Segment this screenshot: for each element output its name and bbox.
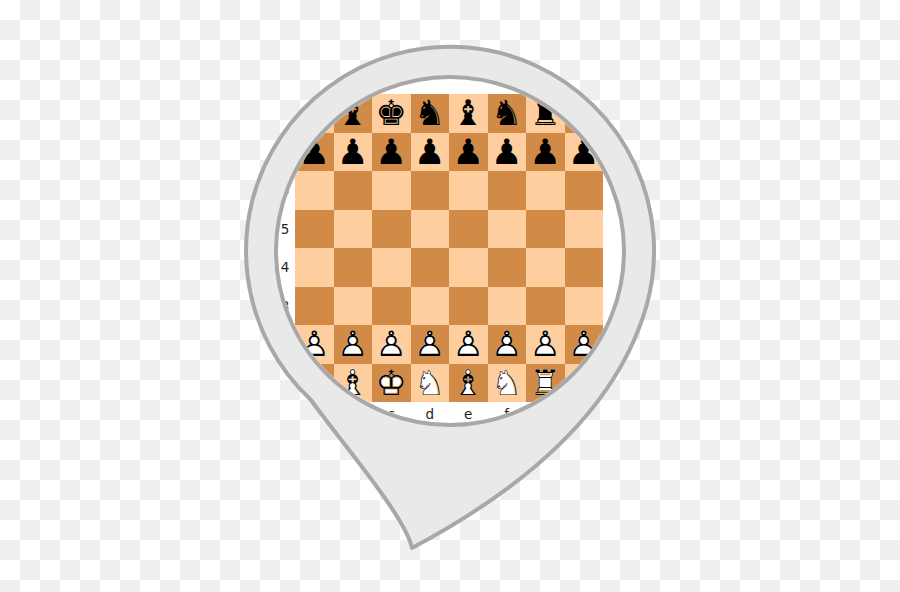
square-c6 [372, 171, 411, 210]
square-d4 [411, 248, 450, 287]
square-c1: ♚♔ [372, 364, 411, 403]
square-b3 [334, 287, 373, 326]
piece-white-bishop: ♝♗ [449, 364, 488, 403]
square-b4 [334, 248, 373, 287]
square-d3 [411, 287, 450, 326]
square-a5 [295, 210, 334, 249]
square-b5 [334, 210, 373, 249]
square-b6 [334, 171, 373, 210]
piece-black-pawn: ♟ [334, 133, 373, 172]
piece-black-knight: ♞ [411, 94, 450, 133]
square-h3 [565, 287, 604, 326]
square-d1: ♞♘ [411, 364, 450, 403]
square-d6 [411, 171, 450, 210]
square-f4 [488, 248, 527, 287]
square-d8: ♞ [411, 94, 450, 133]
square-g3 [526, 287, 565, 326]
square-a3 [295, 287, 334, 326]
piece-black-knight: ♞ [488, 94, 527, 133]
square-f2: ♟♙ [488, 325, 527, 364]
piece-black-bishop: ♝ [449, 94, 488, 133]
square-f3 [488, 287, 527, 326]
piece-white-pawn: ♟♙ [372, 325, 411, 364]
square-c3 [372, 287, 411, 326]
square-g6 [526, 171, 565, 210]
square-h4 [565, 248, 604, 287]
square-c4 [372, 248, 411, 287]
square-e2: ♟♙ [449, 325, 488, 364]
square-e4 [449, 248, 488, 287]
square-d5 [411, 210, 450, 249]
piece-white-pawn: ♟♙ [411, 325, 450, 364]
piece-white-king: ♚♔ [372, 364, 411, 403]
piece-white-knight: ♞♘ [411, 364, 450, 403]
board-circular-crop: ♜♝♚♞♝♞♜♛♟♟♟♟♟♟♟♟♟♙♟♙♟♙♟♙♟♙♟♙♟♙♟♙♜♖♝♗♚♔♞♘… [278, 79, 622, 423]
square-h6 [565, 171, 604, 210]
square-b7: ♟ [334, 133, 373, 172]
piece-black-pawn: ♟ [488, 133, 527, 172]
square-e5 [449, 210, 488, 249]
piece-white-pawn: ♟♙ [449, 325, 488, 364]
square-e6 [449, 171, 488, 210]
square-g2: ♟♙ [526, 325, 565, 364]
square-a4 [295, 248, 334, 287]
square-g5 [526, 210, 565, 249]
piece-black-pawn: ♟ [411, 133, 450, 172]
square-b2: ♟♙ [334, 325, 373, 364]
square-e7: ♟ [449, 133, 488, 172]
square-c2: ♟♙ [372, 325, 411, 364]
square-e8: ♝ [449, 94, 488, 133]
square-f6 [488, 171, 527, 210]
piece-black-pawn: ♟ [526, 133, 565, 172]
square-a6 [295, 171, 334, 210]
piece-white-pawn: ♟♙ [526, 325, 565, 364]
piece-black-pawn: ♟ [449, 133, 488, 172]
transparent-checkerboard-background: ♜♝♚♞♝♞♜♛♟♟♟♟♟♟♟♟♟♙♟♙♟♙♟♙♟♙♟♙♟♙♟♙♜♖♝♗♚♔♞♘… [0, 0, 900, 592]
square-g4 [526, 248, 565, 287]
file-label-d: d [411, 406, 450, 422]
square-c7: ♟ [372, 133, 411, 172]
square-f1: ♞♘ [488, 364, 527, 403]
square-d2: ♟♙ [411, 325, 450, 364]
square-f7: ♟ [488, 133, 527, 172]
square-c8: ♚ [372, 94, 411, 133]
square-h5 [565, 210, 604, 249]
square-d7: ♟ [411, 133, 450, 172]
piece-black-pawn: ♟ [372, 133, 411, 172]
square-f5 [488, 210, 527, 249]
piece-white-pawn: ♟♙ [334, 325, 373, 364]
file-label-e: e [449, 406, 488, 422]
square-e3 [449, 287, 488, 326]
piece-white-knight: ♞♘ [488, 364, 527, 403]
piece-black-king: ♚ [372, 94, 411, 133]
square-e1: ♝♗ [449, 364, 488, 403]
piece-white-pawn: ♟♙ [488, 325, 527, 364]
square-g7: ♟ [526, 133, 565, 172]
rank-label-5: 5 [278, 220, 292, 238]
square-f8: ♞ [488, 94, 527, 133]
rank-label-4: 4 [278, 258, 292, 276]
chess-board: ♜♝♚♞♝♞♜♛♟♟♟♟♟♟♟♟♟♙♟♙♟♙♟♙♟♙♟♙♟♙♟♙♜♖♝♗♚♔♞♘… [295, 94, 603, 402]
square-c5 [372, 210, 411, 249]
